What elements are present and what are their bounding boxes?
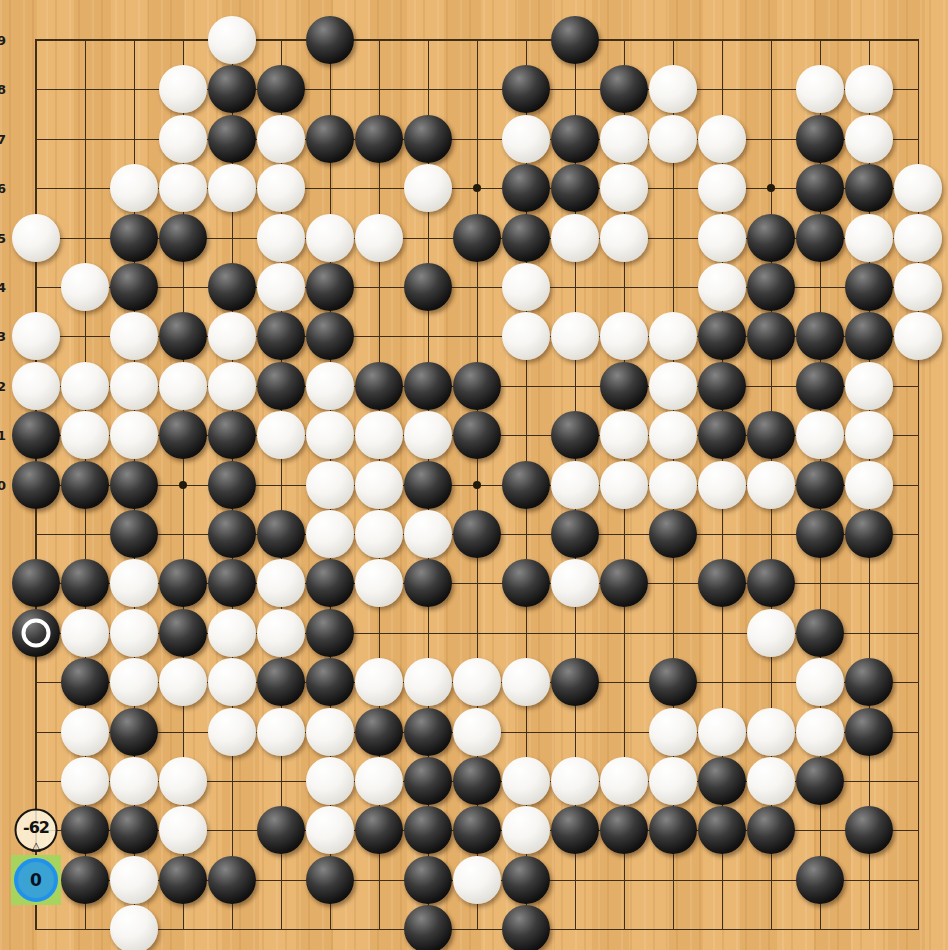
stone-black xyxy=(257,510,305,558)
stone-white xyxy=(257,609,305,657)
stone-white xyxy=(796,658,844,706)
stone-white xyxy=(894,312,942,360)
stone-white xyxy=(453,708,501,756)
clipped-coordinate-label: 14 xyxy=(0,280,6,295)
stone-white xyxy=(649,115,697,163)
stone-black xyxy=(306,312,354,360)
stone-white xyxy=(404,411,452,459)
stone-white xyxy=(649,757,697,805)
stone-black xyxy=(110,214,158,262)
stone-white xyxy=(845,362,893,410)
stone-white xyxy=(453,856,501,904)
stone-black xyxy=(12,609,60,657)
clipped-coordinate-label: 16 xyxy=(0,181,6,196)
stone-black xyxy=(600,559,648,607)
stone-white xyxy=(796,708,844,756)
stone-white xyxy=(845,411,893,459)
stone-black xyxy=(453,757,501,805)
stone-white xyxy=(649,65,697,113)
stone-black xyxy=(796,115,844,163)
stone-white xyxy=(159,65,207,113)
stone-white xyxy=(600,312,648,360)
stone-white xyxy=(110,411,158,459)
stone-white xyxy=(355,411,403,459)
stone-white xyxy=(12,312,60,360)
stone-black xyxy=(404,757,452,805)
stone-white xyxy=(502,115,550,163)
stone-black xyxy=(551,115,599,163)
stone-white xyxy=(796,65,844,113)
stone-black xyxy=(61,658,109,706)
stone-black xyxy=(306,559,354,607)
stone-white xyxy=(551,559,599,607)
stone-white xyxy=(747,708,795,756)
stone-black xyxy=(796,461,844,509)
stone-black xyxy=(306,856,354,904)
stone-white xyxy=(600,461,648,509)
stone-black xyxy=(404,856,452,904)
stone-black xyxy=(845,312,893,360)
stone-white xyxy=(208,362,256,410)
stone-white xyxy=(404,510,452,558)
stone-black xyxy=(404,806,452,854)
stone-black xyxy=(61,461,109,509)
stone-black xyxy=(502,164,550,212)
stone-white xyxy=(159,115,207,163)
stone-white xyxy=(257,115,305,163)
stone-black xyxy=(306,16,354,64)
stone-black xyxy=(61,856,109,904)
stone-white xyxy=(306,411,354,459)
stone-white xyxy=(306,510,354,558)
stone-white xyxy=(355,461,403,509)
stone-black xyxy=(747,312,795,360)
stone-black xyxy=(404,263,452,311)
stone-black xyxy=(845,263,893,311)
stone-black xyxy=(257,312,305,360)
stone-black xyxy=(747,559,795,607)
stone-black xyxy=(208,510,256,558)
stone-white xyxy=(453,658,501,706)
stone-black xyxy=(747,411,795,459)
stone-white xyxy=(12,214,60,262)
stone-white xyxy=(600,411,648,459)
stone-black xyxy=(159,411,207,459)
triangle-icon: △ xyxy=(31,840,40,852)
stone-white xyxy=(600,214,648,262)
stone-white xyxy=(208,312,256,360)
stone-white xyxy=(61,609,109,657)
stone-white xyxy=(747,461,795,509)
stone-black xyxy=(355,708,403,756)
stone-white xyxy=(306,214,354,262)
stone-white xyxy=(551,214,599,262)
stone-white xyxy=(649,362,697,410)
stone-black xyxy=(845,658,893,706)
stone-black xyxy=(355,362,403,410)
stone-white xyxy=(551,312,599,360)
stone-black xyxy=(551,164,599,212)
star-point xyxy=(179,481,187,489)
stone-white xyxy=(845,65,893,113)
stone-white xyxy=(698,214,746,262)
stone-white xyxy=(110,609,158,657)
hint-point-loss-label: -62 xyxy=(23,818,49,837)
stone-black xyxy=(698,362,746,410)
stone-white xyxy=(551,461,599,509)
stone-black xyxy=(453,510,501,558)
stone-white xyxy=(257,214,305,262)
stone-white xyxy=(208,16,256,64)
ai-hint-candidate-move[interactable]: -62△ xyxy=(15,809,58,852)
stone-white xyxy=(649,411,697,459)
clipped-coordinate-label: 13 xyxy=(0,329,6,344)
stone-white xyxy=(502,312,550,360)
stone-white xyxy=(61,263,109,311)
stone-white xyxy=(159,362,207,410)
stone-white xyxy=(698,461,746,509)
stone-black xyxy=(649,510,697,558)
stone-black xyxy=(453,806,501,854)
stone-black xyxy=(796,362,844,410)
stone-black xyxy=(502,461,550,509)
stone-black xyxy=(159,609,207,657)
stone-white xyxy=(110,658,158,706)
stone-black xyxy=(502,559,550,607)
stone-white xyxy=(306,362,354,410)
stone-black xyxy=(600,65,648,113)
stone-white xyxy=(159,757,207,805)
stone-black xyxy=(257,806,305,854)
stone-white xyxy=(257,164,305,212)
stone-white xyxy=(502,757,550,805)
stone-black xyxy=(404,559,452,607)
stone-white xyxy=(306,806,354,854)
stone-black xyxy=(698,312,746,360)
stone-white xyxy=(12,362,60,410)
stone-black xyxy=(502,214,550,262)
stone-black xyxy=(61,559,109,607)
stone-black xyxy=(208,856,256,904)
stone-white xyxy=(649,312,697,360)
stone-black xyxy=(502,856,550,904)
stone-white xyxy=(747,609,795,657)
stone-white xyxy=(61,411,109,459)
clipped-coordinate-label: 12 xyxy=(0,378,6,393)
stone-white xyxy=(698,164,746,212)
stone-black xyxy=(502,65,550,113)
stone-white xyxy=(159,164,207,212)
stone-white xyxy=(257,263,305,311)
stone-white xyxy=(845,461,893,509)
stone-black xyxy=(257,65,305,113)
stone-white xyxy=(649,708,697,756)
stone-white xyxy=(159,658,207,706)
stone-black xyxy=(110,510,158,558)
hint-point-loss-label: 0 xyxy=(30,870,42,890)
stone-black xyxy=(796,164,844,212)
stone-black xyxy=(159,214,207,262)
stone-black xyxy=(796,510,844,558)
go-board[interactable]: 19181716151413121110987654321-62△0 xyxy=(0,0,948,950)
stone-white xyxy=(159,806,207,854)
clipped-coordinate-label: 11 xyxy=(0,428,6,443)
stone-black xyxy=(453,411,501,459)
stone-black xyxy=(796,609,844,657)
go-board-app: 19181716151413121110987654321-62△0 xyxy=(0,0,948,950)
stone-black xyxy=(551,510,599,558)
stone-black xyxy=(12,559,60,607)
star-point xyxy=(767,184,775,192)
clipped-coordinate-label: 15 xyxy=(0,230,6,245)
stone-black xyxy=(747,806,795,854)
stone-white xyxy=(306,461,354,509)
stone-black xyxy=(796,214,844,262)
stone-black xyxy=(404,115,452,163)
stone-white xyxy=(110,164,158,212)
stone-white xyxy=(502,806,550,854)
stone-black xyxy=(404,461,452,509)
stone-white xyxy=(208,658,256,706)
stone-white xyxy=(306,757,354,805)
stone-white xyxy=(600,757,648,805)
stone-white xyxy=(600,164,648,212)
stone-black xyxy=(12,411,60,459)
stone-black xyxy=(747,214,795,262)
stone-white xyxy=(110,905,158,950)
stone-white xyxy=(110,362,158,410)
stone-black xyxy=(208,115,256,163)
stone-white xyxy=(355,757,403,805)
last-move-circle-marker xyxy=(22,618,51,647)
stone-white xyxy=(747,757,795,805)
stone-black xyxy=(796,757,844,805)
stone-black xyxy=(306,263,354,311)
stone-black xyxy=(257,362,305,410)
stone-white xyxy=(845,115,893,163)
stone-white xyxy=(355,510,403,558)
stone-black xyxy=(110,263,158,311)
stone-black xyxy=(600,362,648,410)
stone-white xyxy=(355,214,403,262)
stone-black xyxy=(404,362,452,410)
stone-black xyxy=(355,115,403,163)
stone-white xyxy=(257,411,305,459)
stone-white xyxy=(257,559,305,607)
stone-black xyxy=(12,461,60,509)
stone-black xyxy=(551,658,599,706)
stone-black xyxy=(208,65,256,113)
stone-white xyxy=(110,312,158,360)
stone-white xyxy=(894,263,942,311)
stone-black xyxy=(453,362,501,410)
stone-white xyxy=(600,115,648,163)
stone-white xyxy=(208,164,256,212)
stone-white xyxy=(404,164,452,212)
stone-white xyxy=(208,609,256,657)
stone-black xyxy=(159,559,207,607)
stone-black xyxy=(110,708,158,756)
stone-white xyxy=(110,757,158,805)
ai-hint-best-move[interactable]: 0 xyxy=(14,858,58,902)
clipped-coordinate-label: 17 xyxy=(0,131,6,146)
stone-black xyxy=(551,806,599,854)
stone-black xyxy=(796,312,844,360)
stone-black xyxy=(306,115,354,163)
stone-black xyxy=(208,461,256,509)
stone-white xyxy=(698,708,746,756)
star-point xyxy=(473,184,481,192)
stone-black xyxy=(747,263,795,311)
stone-black xyxy=(698,559,746,607)
stone-black xyxy=(551,16,599,64)
stone-black xyxy=(159,312,207,360)
stone-black xyxy=(208,263,256,311)
stone-black xyxy=(404,708,452,756)
clipped-coordinate-label: 19 xyxy=(0,33,6,48)
stone-white xyxy=(698,115,746,163)
stone-white xyxy=(61,362,109,410)
stone-black xyxy=(404,905,452,950)
stone-white xyxy=(355,559,403,607)
stone-white xyxy=(110,856,158,904)
stone-white xyxy=(502,658,550,706)
stone-black xyxy=(306,658,354,706)
stone-white xyxy=(110,559,158,607)
stone-black xyxy=(845,510,893,558)
stone-white xyxy=(502,263,550,311)
clipped-coordinate-label: 10 xyxy=(0,477,6,492)
stone-white xyxy=(404,658,452,706)
stone-black xyxy=(110,461,158,509)
stone-white xyxy=(306,708,354,756)
stone-black xyxy=(649,806,697,854)
stone-black xyxy=(796,856,844,904)
stone-black xyxy=(649,658,697,706)
stone-black xyxy=(159,856,207,904)
stone-black xyxy=(453,214,501,262)
stone-black xyxy=(257,658,305,706)
stone-white xyxy=(796,411,844,459)
stone-black xyxy=(698,411,746,459)
stone-black xyxy=(61,806,109,854)
stone-white xyxy=(551,757,599,805)
stone-white xyxy=(61,757,109,805)
stone-black xyxy=(698,806,746,854)
stone-white xyxy=(208,708,256,756)
stone-black xyxy=(698,757,746,805)
stone-white xyxy=(894,214,942,262)
stone-black xyxy=(845,164,893,212)
stone-black xyxy=(306,609,354,657)
stone-black xyxy=(600,806,648,854)
stone-black xyxy=(208,559,256,607)
stone-black xyxy=(502,905,550,950)
stone-black xyxy=(110,806,158,854)
stone-black xyxy=(208,411,256,459)
stone-white xyxy=(257,708,305,756)
stone-black xyxy=(845,806,893,854)
stone-white xyxy=(355,658,403,706)
stone-black xyxy=(551,411,599,459)
stone-white xyxy=(894,164,942,212)
stone-white xyxy=(698,263,746,311)
stone-white xyxy=(845,214,893,262)
stone-black xyxy=(845,708,893,756)
stone-white xyxy=(61,708,109,756)
stone-black xyxy=(355,806,403,854)
clipped-coordinate-label: 18 xyxy=(0,82,6,97)
star-point xyxy=(473,481,481,489)
stone-white xyxy=(649,461,697,509)
